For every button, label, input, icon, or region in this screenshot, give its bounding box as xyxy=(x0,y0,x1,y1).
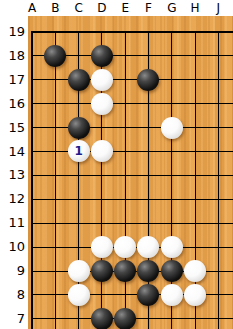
intersection-grid[interactable]: 1 xyxy=(28,20,230,329)
stone-white-C14[interactable]: 1 xyxy=(68,140,90,162)
go-board[interactable]: 1 xyxy=(28,16,233,329)
column-label-F: F xyxy=(137,1,161,15)
column-label-A: A xyxy=(20,1,44,15)
stone-white-F10[interactable] xyxy=(137,236,159,258)
stone-white-D14[interactable] xyxy=(91,140,113,162)
stone-white-G10[interactable] xyxy=(161,236,183,258)
column-label-B: B xyxy=(43,1,67,15)
stone-black-F9[interactable] xyxy=(137,260,159,282)
stone-white-D17[interactable] xyxy=(91,69,113,91)
stone-black-G9[interactable] xyxy=(161,260,183,282)
column-labels: ABCDEFGHJ xyxy=(0,0,233,16)
row-label-13: 13 xyxy=(0,167,25,183)
row-label-9: 9 xyxy=(0,263,25,279)
row-label-8: 8 xyxy=(0,287,25,303)
stone-black-C15[interactable] xyxy=(68,117,90,139)
row-label-14: 14 xyxy=(0,144,25,160)
row-label-10: 10 xyxy=(0,239,25,255)
stone-white-C9[interactable] xyxy=(68,260,90,282)
column-label-C: C xyxy=(67,1,91,15)
stone-black-D18[interactable] xyxy=(91,45,113,67)
row-label-19: 19 xyxy=(0,24,25,40)
column-label-J: J xyxy=(206,1,230,15)
stone-black-D9[interactable] xyxy=(91,260,113,282)
column-label-D: D xyxy=(90,1,114,15)
row-label-7: 7 xyxy=(0,311,25,327)
row-label-15: 15 xyxy=(0,120,25,136)
stone-black-D7[interactable] xyxy=(91,308,113,329)
stone-white-E10[interactable] xyxy=(114,236,136,258)
row-label-12: 12 xyxy=(0,191,25,207)
stone-white-G15[interactable] xyxy=(161,117,183,139)
stone-black-B18[interactable] xyxy=(44,45,66,67)
stone-black-E7[interactable] xyxy=(114,308,136,329)
column-label-E: E xyxy=(113,1,137,15)
go-diagram: 1 ABCDEFGHJ 19181716151413121110987 xyxy=(0,0,233,329)
stone-black-F8[interactable] xyxy=(137,284,159,306)
row-labels: 19181716151413121110987 xyxy=(0,16,28,329)
stone-white-G8[interactable] xyxy=(161,284,183,306)
column-label-H: H xyxy=(183,1,207,15)
stone-move-number: 1 xyxy=(74,145,82,157)
row-label-18: 18 xyxy=(0,48,25,64)
stone-black-F17[interactable] xyxy=(137,69,159,91)
stone-white-C8[interactable] xyxy=(68,284,90,306)
stone-black-C17[interactable] xyxy=(68,69,90,91)
row-label-16: 16 xyxy=(0,96,25,112)
row-label-11: 11 xyxy=(0,215,25,231)
stone-white-H9[interactable] xyxy=(184,260,206,282)
row-label-17: 17 xyxy=(0,72,25,88)
stone-white-D16[interactable] xyxy=(91,93,113,115)
stone-white-H8[interactable] xyxy=(184,284,206,306)
column-label-G: G xyxy=(160,1,184,15)
stone-black-E9[interactable] xyxy=(114,260,136,282)
stone-white-D10[interactable] xyxy=(91,236,113,258)
